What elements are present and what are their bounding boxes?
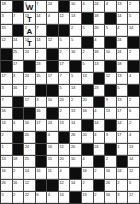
puzzle-cell-4-5[interactable]: 2 [59,49,70,60]
puzzle-cell-2-8[interactable]: 20 [94,25,105,36]
black-cell-0-5 [59,1,70,12]
puzzle-cell-5-7[interactable]: 5 [82,61,93,72]
cell-code-number: 4 [48,13,50,18]
cell-code-number: 17 [117,132,121,137]
puzzle-cell-5-1[interactable]: 17 [13,61,24,72]
puzzle-cell-12-11[interactable]: 13 [128,144,139,155]
cell-code-number: 24 [25,73,29,78]
black-cell-12-1 [13,144,24,155]
cell-code-number: 7 [2,97,4,102]
puzzle-cell-8-2[interactable]: 17 [24,97,35,108]
cell-code-number: 16 [2,108,6,113]
puzzle-cell-5-10[interactable]: 18 [117,61,128,72]
cell-code-number: 24 [117,168,121,173]
puzzle-cell-15-1[interactable]: 16 [13,180,24,191]
puzzle-cell-9-10[interactable]: 17 [117,108,128,119]
cell-code-number: 13 [71,85,75,90]
puzzle-cell-1-8[interactable]: 18 [94,13,105,24]
cell-code-number: 10 [71,1,75,6]
puzzle-cell-14-7[interactable]: 16 [82,168,93,179]
cell-code-number: 17 [48,73,52,78]
puzzle-cell-16-0[interactable]: 5 [1,192,12,203]
puzzle-cell-11-10[interactable]: 17 [117,132,128,143]
cell-code-number: 5 [117,85,119,90]
puzzle-cell-1-4[interactable]: 4 [47,13,58,24]
puzzle-cell-9-0[interactable]: 16 [1,108,12,119]
puzzle-cell-3-5[interactable]: 5 [59,37,70,48]
cell-code-number: 14 [71,120,75,125]
puzzle-cell-2-7[interactable]: 5 [82,25,93,36]
cell-code-number: 24 [94,144,98,149]
puzzle-cell-14-11[interactable]: 12 [128,168,139,179]
black-cell-4-4 [47,49,58,60]
cell-code-number: 17 [59,61,63,66]
cell-code-number: 5 [83,61,85,66]
puzzle-cell-1-10[interactable]: 14 [117,13,128,24]
puzzle-cell-13-5[interactable]: 20 [59,156,70,167]
puzzle-cell-8-10[interactable]: 13 [117,97,128,108]
puzzle-cell-14-9[interactable]: 16 [105,168,116,179]
given-letter: T [24,40,35,48]
puzzle-cell-8-6[interactable]: 2 [70,97,81,108]
puzzle-cell-8-9[interactable]: 9 [105,97,116,108]
black-cell-5-11 [128,61,139,72]
cell-code-number: 1 [117,144,119,149]
cell-code-number: 3 [2,13,4,18]
puzzle-cell-16-10[interactable]: 3 [117,192,128,203]
puzzle-cell-14-2[interactable]: 14 [24,168,35,179]
cell-code-number: 2 [106,156,108,161]
puzzle-cell-14-8[interactable]: 2 [94,168,105,179]
cell-code-number: 20 [83,97,87,102]
codeword-grid: 186W7241042441323713T144121318145151A725… [0,0,140,204]
puzzle-cell-13-9[interactable]: 2 [105,156,116,167]
puzzle-cell-1-5[interactable]: 12 [59,13,70,24]
puzzle-cell-5-3[interactable]: 23 [36,61,47,72]
puzzle-cell-13-11[interactable]: 14 [128,156,139,167]
cell-code-number: 4 [129,73,131,78]
cell-code-number: 12 [59,144,63,149]
puzzle-cell-11-8[interactable]: 4 [94,132,105,143]
puzzle-cell-7-2[interactable]: 2 [24,85,35,96]
puzzle-cell-3-4[interactable]: 12 [47,37,58,48]
cell-code-number: 24 [25,144,29,149]
cell-code-number: 14 [36,13,40,18]
cell-code-number: 16 [71,49,75,54]
puzzle-cell-6-1[interactable]: 3 [13,73,24,84]
cell-code-number: 13 [71,13,75,18]
puzzle-cell-12-2[interactable]: 24 [24,144,35,155]
cell-code-number: 2 [59,108,61,113]
puzzle-cell-6-4[interactable]: 17 [47,73,58,84]
black-cell-5-6 [70,61,81,72]
black-cell-3-9 [105,37,116,48]
puzzle-cell-16-2[interactable]: 22 [24,192,35,203]
puzzle-cell-10-3[interactable]: 17 [36,120,47,131]
puzzle-cell-10-8[interactable]: 14 [94,120,105,131]
puzzle-cell-11-7[interactable]: 20 [82,132,93,143]
puzzle-cell-5-8[interactable]: 13 [94,61,105,72]
puzzle-cell-8-11[interactable]: 2 [128,97,139,108]
puzzle-cell-3-2[interactable]: 13T [24,37,35,48]
cell-code-number: 20 [25,132,29,137]
puzzle-cell-2-2[interactable]: 1A [24,25,35,36]
cell-code-number: 17 [25,97,29,102]
puzzle-cell-6-3[interactable]: 15 [36,73,47,84]
puzzle-cell-7-8[interactable]: 23 [94,85,105,96]
puzzle-cell-0-4[interactable]: 24 [47,1,58,12]
cell-code-number: 13 [83,192,87,197]
black-cell-0-1 [13,1,24,12]
puzzle-cell-2-10[interactable]: 4 [117,25,128,36]
puzzle-cell-16-7[interactable]: 13 [82,192,93,203]
black-cell-11-1 [13,132,24,143]
puzzle-cell-13-6[interactable]: 10 [70,156,81,167]
cell-code-number: 4 [94,37,96,42]
puzzle-cell-14-10[interactable]: 24 [117,168,128,179]
puzzle-cell-9-6[interactable]: 13 [70,108,81,119]
puzzle-cell-1-6[interactable]: 13 [70,13,81,24]
cell-code-number: 14 [2,120,6,125]
cell-code-number: 4 [94,108,96,113]
puzzle-cell-7-0[interactable]: 3 [1,85,12,96]
puzzle-cell-3-10[interactable]: 24 [117,37,128,48]
puzzle-cell-10-5[interactable]: 13 [59,120,70,131]
puzzle-cell-4-11[interactable]: 2 [128,49,139,60]
cell-code-number: 18 [13,156,17,161]
puzzle-cell-11-0[interactable]: 2 [1,132,12,143]
puzzle-cell-2-6[interactable]: 2 [70,25,81,36]
puzzle-cell-8-5[interactable]: 24 [59,97,70,108]
puzzle-cell-16-4[interactable]: 4 [47,192,58,203]
puzzle-cell-15-7[interactable]: 2 [82,180,93,191]
puzzle-cell-10-6[interactable]: 14 [70,120,81,131]
cell-code-number: 13 [59,120,63,125]
cell-code-number: 12 [129,168,133,173]
puzzle-cell-9-3[interactable]: 16 [36,108,47,119]
puzzle-cell-9-5[interactable]: 2 [59,108,70,119]
puzzle-cell-1-1[interactable]: 7 [13,13,24,24]
cell-code-number: 2 [36,49,38,54]
black-cell-9-2 [24,108,35,119]
puzzle-cell-12-4[interactable]: 16 [47,144,58,155]
puzzle-cell-3-0[interactable]: 12 [1,37,12,48]
puzzle-cell-14-0[interactable]: 16 [1,168,12,179]
cell-code-number: 14 [36,37,40,42]
puzzle-cell-15-2[interactable]: 12 [24,180,35,191]
puzzle-cell-15-10[interactable]: 2 [117,180,128,191]
puzzle-cell-8-3[interactable]: 3 [36,97,47,108]
black-cell-15-8 [94,180,105,191]
puzzle-cell-9-7[interactable]: 16 [82,108,93,119]
black-cell-16-6 [70,192,81,203]
puzzle-cell-4-3[interactable]: 2 [36,49,47,60]
puzzle-cell-2-3[interactable]: 7 [36,25,47,36]
cell-code-number: 16 [13,180,17,185]
cell-code-number: 24 [13,37,17,42]
puzzle-cell-10-10[interactable]: 14 [117,120,128,131]
puzzle-cell-0-3[interactable]: 7 [36,1,47,12]
black-cell-7-11 [128,85,139,96]
black-cell-2-4 [47,25,58,36]
puzzle-cell-6-10[interactable]: 13 [117,73,128,84]
puzzle-cell-7-10[interactable]: 5 [117,85,128,96]
black-cell-7-4 [47,85,58,96]
puzzle-cell-4-9[interactable]: 10 [105,49,116,60]
cell-code-number: 16 [13,85,17,90]
puzzle-cell-14-3[interactable]: 16 [36,168,47,179]
black-cell-1-9 [105,13,116,24]
cell-code-number: 22 [25,192,29,197]
cell-code-number: 14 [129,25,133,30]
cell-code-number: 4 [83,156,85,161]
cell-code-number: 24 [117,37,121,42]
cell-code-number: 14 [94,120,98,125]
cell-code-number: 17 [117,108,121,113]
puzzle-cell-13-0[interactable]: 13 [1,156,12,167]
puzzle-cell-0-6[interactable]: 10 [70,1,81,12]
cell-code-number: 14 [71,180,75,185]
puzzle-cell-11-4[interactable]: 4 [47,132,58,143]
puzzle-cell-3-3[interactable]: 14 [36,37,47,48]
puzzle-cell-13-1[interactable]: 18 [13,156,24,167]
puzzle-cell-11-2[interactable]: 20 [24,132,35,143]
puzzle-cell-4-6[interactable]: 16 [70,49,81,60]
given-letter: W [24,4,35,12]
cell-code-number: 24 [48,1,52,6]
cell-code-number: 10 [71,156,75,161]
cell-code-number: 3 [106,132,108,137]
puzzle-cell-8-4[interactable]: 10 [47,97,58,108]
black-cell-10-9 [105,120,116,131]
cell-code-number: 2 [129,97,131,102]
cell-code-number: 2 [83,180,85,185]
cell-code-number: 16 [83,108,87,113]
black-cell-13-10 [117,156,128,167]
puzzle-cell-1-0[interactable]: 3 [1,13,12,24]
puzzle-cell-1-2[interactable]: 13T [24,13,35,24]
black-cell-8-1 [13,97,24,108]
puzzle-cell-10-4[interactable]: 24 [47,120,58,131]
puzzle-cell-12-6[interactable]: 20 [70,144,81,155]
black-cell-5-0 [1,61,12,72]
puzzle-cell-16-9[interactable]: 16 [105,192,116,203]
puzzle-cell-6-9[interactable]: 12 [105,73,116,84]
puzzle-cell-3-8[interactable]: 4 [94,37,105,48]
puzzle-cell-14-5[interactable]: 4 [59,168,70,179]
puzzle-cell-2-9[interactable]: 5 [105,25,116,36]
cell-code-number: 2 [2,132,4,137]
puzzle-cell-9-8[interactable]: 4 [94,108,105,119]
cell-code-number: 2 [117,180,119,185]
cell-code-number: 24 [94,1,98,6]
cell-code-number: 16 [2,168,6,173]
black-cell-5-4 [47,61,58,72]
black-cell-14-6 [70,168,81,179]
black-cell-9-1 [13,108,24,119]
puzzle-cell-11-9[interactable]: 3 [105,132,116,143]
puzzle-cell-0-11[interactable]: 2 [128,1,139,12]
puzzle-cell-10-0[interactable]: 14 [1,120,12,131]
puzzle-cell-0-2[interactable]: 6W [24,1,35,12]
puzzle-cell-13-4[interactable]: 15 [47,156,58,167]
puzzle-cell-7-1[interactable]: 16 [13,85,24,96]
puzzle-cell-4-2[interactable]: 24 [24,49,35,60]
puzzle-cell-10-2[interactable]: 16 [24,120,35,131]
puzzle-cell-2-0[interactable]: 15 [1,25,12,36]
cell-code-number: 12 [59,13,63,18]
puzzle-cell-15-5[interactable]: 12 [59,180,70,191]
black-cell-6-8 [94,73,105,84]
puzzle-cell-6-5[interactable]: 7 [59,73,70,84]
puzzle-cell-9-9[interactable]: 13 [105,108,116,119]
cell-code-number: 13 [129,144,133,149]
cell-code-number: 26 [2,180,6,185]
black-cell-3-7 [82,37,93,48]
cell-code-number: 24 [59,97,63,102]
cell-code-number: 5 [71,37,73,42]
cell-code-number: 6 [129,108,131,113]
cell-code-number: 5 [106,25,108,30]
cell-code-number: 24 [25,49,29,54]
black-cell-12-9 [105,144,116,155]
cell-code-number: 16 [25,120,29,125]
puzzle-cell-3-6[interactable]: 5 [70,37,81,48]
puzzle-cell-2-11[interactable]: 14 [128,25,139,36]
puzzle-cell-16-1[interactable]: 2 [13,192,24,203]
puzzle-cell-14-4[interactable]: 11 [47,168,58,179]
puzzle-cell-4-1[interactable]: 25 [13,49,24,60]
black-cell-4-0 [1,49,12,60]
puzzle-cell-12-5[interactable]: 12 [59,144,70,155]
cell-code-number: 17 [36,120,40,125]
cell-code-number: 24 [48,120,52,125]
cell-code-number: 18 [94,49,98,54]
puzzle-cell-10-11[interactable]: 2 [128,120,139,131]
puzzle-cell-0-8[interactable]: 24 [94,1,105,12]
cell-code-number: 18 [2,1,6,6]
puzzle-cell-15-0[interactable]: 26 [1,180,12,191]
puzzle-cell-4-10[interactable]: 24 [117,49,128,60]
black-cell-2-5 [59,25,70,36]
black-cell-5-2 [24,61,35,72]
puzzle-cell-1-3[interactable]: 14 [36,13,47,24]
puzzle-cell-10-1[interactable]: 4 [13,120,24,131]
puzzle-cell-11-11[interactable]: 4 [128,132,139,143]
puzzle-cell-12-0[interactable]: 1 [1,144,12,155]
puzzle-cell-9-11[interactable]: 6 [128,108,139,119]
puzzle-cell-12-10[interactable]: 1 [117,144,128,155]
cell-code-number: 16 [106,168,110,173]
puzzle-cell-6-0[interactable]: 17 [1,73,12,84]
cell-code-number: 16 [36,108,40,113]
cell-code-number: 7 [36,1,38,6]
black-cell-7-7 [82,85,93,96]
puzzle-cell-5-5[interactable]: 17 [59,61,70,72]
puzzle-cell-4-7[interactable]: 2 [82,49,93,60]
puzzle-cell-13-2[interactable]: 25 [24,156,35,167]
cell-code-number: 2 [94,192,96,197]
cell-code-number: 15 [48,156,52,161]
cell-code-number: 5 [2,192,4,197]
puzzle-cell-16-5[interactable]: 14 [59,192,70,203]
cell-code-number: 7 [36,25,38,30]
cell-code-number: 14 [129,156,133,161]
cell-code-number: 13 [117,73,121,78]
puzzle-cell-3-1[interactable]: 24 [13,37,24,48]
puzzle-cell-15-6[interactable]: 14 [70,180,81,191]
given-letter: T [24,16,35,24]
cell-code-number: 17 [129,192,133,197]
puzzle-cell-6-6[interactable]: 5 [70,73,81,84]
cell-code-number: 10 [106,49,110,54]
cell-code-number: 2 [129,49,131,54]
puzzle-cell-6-2[interactable]: 24 [24,73,35,84]
puzzle-cell-0-9[interactable]: 4 [105,1,116,12]
cell-code-number: 14 [25,168,29,173]
cell-code-number: 4 [48,192,50,197]
puzzle-cell-1-11[interactable]: 5 [128,13,139,24]
puzzle-cell-7-6[interactable]: 13 [70,85,81,96]
cell-code-number: 5 [71,73,73,78]
cell-code-number: 17 [13,61,17,66]
black-cell-5-9 [105,61,116,72]
puzzle-cell-16-3[interactable]: 6 [36,192,47,203]
puzzle-cell-4-8[interactable]: 18 [94,49,105,60]
cell-code-number: 4 [48,132,50,137]
puzzle-cell-12-8[interactable]: 24 [94,144,105,155]
puzzle-cell-0-10[interactable]: 13 [117,1,128,12]
puzzle-cell-15-11[interactable]: 5 [128,180,139,191]
cell-code-number: 4 [94,132,96,137]
black-cell-13-3 [36,156,47,167]
cell-code-number: 5 [59,85,61,90]
cell-code-number: 24 [117,49,121,54]
cell-code-number: 3 [36,97,38,102]
puzzle-cell-0-7[interactable]: 4 [82,1,93,12]
puzzle-cell-6-7[interactable]: 13 [82,73,93,84]
cell-code-number: 4 [59,168,61,173]
puzzle-cell-6-11[interactable]: 4 [128,73,139,84]
puzzle-cell-16-11[interactable]: 17 [128,192,139,203]
puzzle-cell-11-6[interactable]: 26 [70,132,81,143]
cell-code-number: 20 [94,25,98,30]
cell-code-number: 3 [117,192,119,197]
puzzle-cell-0-0[interactable]: 18 [1,1,12,12]
puzzle-cell-16-8[interactable]: 2 [94,192,105,203]
puzzle-cell-15-9[interactable]: 26 [105,180,116,191]
cell-code-number: 13 [117,1,121,6]
puzzle-cell-8-7[interactable]: 20 [82,97,93,108]
puzzle-cell-14-1[interactable]: 2 [13,168,24,179]
cell-code-number: 2 [94,168,96,173]
puzzle-cell-13-7[interactable]: 4 [82,156,93,167]
black-cell-11-5 [59,132,70,143]
cell-code-number: 13 [71,108,75,113]
cell-code-number: 5 [129,13,131,18]
cell-code-number: 4 [83,1,85,6]
cell-code-number: 4 [129,132,131,137]
cell-code-number: 14 [117,120,121,125]
cell-code-number: 26 [106,180,110,185]
cell-code-number: 2 [13,192,15,197]
cell-code-number: 16 [48,144,52,149]
puzzle-cell-8-0[interactable]: 7 [1,97,12,108]
puzzle-cell-7-5[interactable]: 5 [59,85,70,96]
cell-code-number: 12 [25,180,29,185]
cell-code-number: 12 [106,73,110,78]
cell-code-number: 20 [83,132,87,137]
